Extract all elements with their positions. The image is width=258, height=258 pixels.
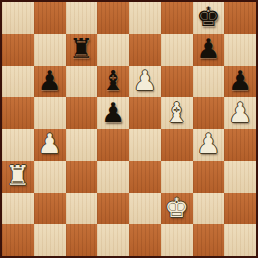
square-c3[interactable] (66, 161, 98, 193)
square-d7[interactable] (97, 34, 129, 66)
square-e6[interactable]: ♟ (129, 66, 161, 98)
square-b6[interactable]: ♟ (34, 66, 66, 98)
chess-board: ♚♜♟♟♝♟♟♟♝♟♟♟♜♚ (2, 2, 256, 256)
square-f7[interactable] (161, 34, 193, 66)
square-d1[interactable] (97, 224, 129, 256)
square-a1[interactable] (2, 224, 34, 256)
square-d3[interactable] (97, 161, 129, 193)
square-g1[interactable] (193, 224, 225, 256)
square-h2[interactable] (224, 193, 256, 225)
piece-white-bishop[interactable]: ♝ (165, 99, 189, 126)
piece-black-king[interactable]: ♚ (196, 3, 220, 30)
square-h3[interactable] (224, 161, 256, 193)
square-a2[interactable] (2, 193, 34, 225)
square-f6[interactable] (161, 66, 193, 98)
square-h1[interactable] (224, 224, 256, 256)
square-e2[interactable] (129, 193, 161, 225)
square-g6[interactable] (193, 66, 225, 98)
square-h4[interactable] (224, 129, 256, 161)
square-b5[interactable] (34, 97, 66, 129)
piece-white-rook[interactable]: ♜ (6, 162, 30, 189)
square-c2[interactable] (66, 193, 98, 225)
square-b7[interactable] (34, 34, 66, 66)
square-b1[interactable] (34, 224, 66, 256)
piece-black-pawn[interactable]: ♟ (196, 35, 220, 62)
square-a4[interactable] (2, 129, 34, 161)
piece-black-rook[interactable]: ♜ (69, 35, 93, 62)
piece-black-bishop[interactable]: ♝ (101, 67, 125, 94)
square-h7[interactable] (224, 34, 256, 66)
piece-white-pawn[interactable]: ♟ (38, 130, 62, 157)
square-a7[interactable] (2, 34, 34, 66)
square-d4[interactable] (97, 129, 129, 161)
square-f3[interactable] (161, 161, 193, 193)
square-c1[interactable] (66, 224, 98, 256)
square-e3[interactable] (129, 161, 161, 193)
square-g2[interactable] (193, 193, 225, 225)
piece-white-pawn[interactable]: ♟ (228, 99, 252, 126)
square-h6[interactable]: ♟ (224, 66, 256, 98)
square-a3[interactable]: ♜ (2, 161, 34, 193)
piece-white-pawn[interactable]: ♟ (196, 130, 220, 157)
square-e1[interactable] (129, 224, 161, 256)
square-e7[interactable] (129, 34, 161, 66)
square-c4[interactable] (66, 129, 98, 161)
square-d2[interactable] (97, 193, 129, 225)
piece-black-pawn[interactable]: ♟ (101, 99, 125, 126)
square-d8[interactable] (97, 2, 129, 34)
square-d6[interactable]: ♝ (97, 66, 129, 98)
square-g8[interactable]: ♚ (193, 2, 225, 34)
square-a5[interactable] (2, 97, 34, 129)
square-c7[interactable]: ♜ (66, 34, 98, 66)
square-e5[interactable] (129, 97, 161, 129)
square-f4[interactable] (161, 129, 193, 161)
square-f8[interactable] (161, 2, 193, 34)
piece-black-pawn[interactable]: ♟ (228, 67, 252, 94)
square-g7[interactable]: ♟ (193, 34, 225, 66)
square-a8[interactable] (2, 2, 34, 34)
square-e8[interactable] (129, 2, 161, 34)
square-b3[interactable] (34, 161, 66, 193)
square-f1[interactable] (161, 224, 193, 256)
piece-white-king[interactable]: ♚ (165, 194, 189, 221)
square-f5[interactable]: ♝ (161, 97, 193, 129)
chess-board-frame: ♚♜♟♟♝♟♟♟♝♟♟♟♜♚ (0, 0, 258, 258)
square-c5[interactable] (66, 97, 98, 129)
square-d5[interactable]: ♟ (97, 97, 129, 129)
piece-black-pawn[interactable]: ♟ (38, 67, 62, 94)
piece-white-pawn[interactable]: ♟ (133, 67, 157, 94)
square-b4[interactable]: ♟ (34, 129, 66, 161)
square-e4[interactable] (129, 129, 161, 161)
square-g3[interactable] (193, 161, 225, 193)
square-h8[interactable] (224, 2, 256, 34)
square-c8[interactable] (66, 2, 98, 34)
square-g5[interactable] (193, 97, 225, 129)
square-a6[interactable] (2, 66, 34, 98)
square-b2[interactable] (34, 193, 66, 225)
square-b8[interactable] (34, 2, 66, 34)
square-g4[interactable]: ♟ (193, 129, 225, 161)
square-h5[interactable]: ♟ (224, 97, 256, 129)
square-c6[interactable] (66, 66, 98, 98)
square-f2[interactable]: ♚ (161, 193, 193, 225)
